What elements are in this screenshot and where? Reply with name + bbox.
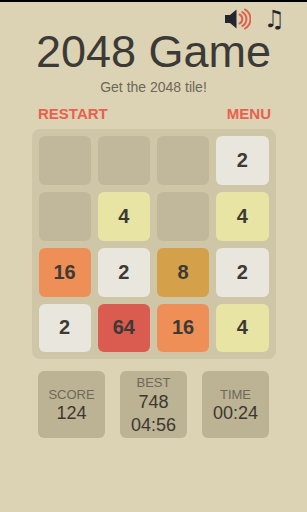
tile-r2c3: 2 bbox=[216, 248, 268, 297]
tile-r0c1 bbox=[98, 136, 150, 185]
stat-panels: SCORE 124 BEST 748 04:56 TIME 00:24 bbox=[0, 371, 307, 438]
page-title: 2048 Game bbox=[0, 28, 307, 75]
tile-r2c0: 16 bbox=[39, 248, 91, 297]
tile-r1c0 bbox=[39, 192, 91, 241]
best-panel: BEST 748 04:56 bbox=[120, 371, 187, 438]
best-time-value: 04:56 bbox=[131, 414, 176, 437]
game-board[interactable]: 24416282264164 bbox=[32, 129, 276, 359]
app-root: { "game": "2048", "position": { "rows": … bbox=[0, 0, 307, 512]
nav-row: RESTART MENU bbox=[38, 105, 271, 122]
menu-button[interactable]: MENU bbox=[227, 105, 271, 122]
score-panel: SCORE 124 bbox=[38, 371, 105, 438]
best-score-value: 748 bbox=[138, 391, 168, 414]
time-value: 00:24 bbox=[213, 402, 258, 425]
tile-r1c3: 4 bbox=[216, 192, 268, 241]
tile-r0c0 bbox=[39, 136, 91, 185]
tile-r3c3: 4 bbox=[216, 304, 268, 353]
tile-r2c1: 2 bbox=[98, 248, 150, 297]
score-value: 124 bbox=[56, 402, 86, 425]
status-icons: ♫ bbox=[224, 8, 285, 30]
tile-r3c2: 16 bbox=[157, 304, 209, 353]
tile-r3c1: 64 bbox=[98, 304, 150, 353]
page-subtitle: Get the 2048 tile! bbox=[0, 79, 307, 95]
score-label: SCORE bbox=[48, 387, 94, 403]
tile-r1c1: 4 bbox=[98, 192, 150, 241]
tile-r3c0: 2 bbox=[39, 304, 91, 353]
tile-r0c2 bbox=[157, 136, 209, 185]
top-screen-edge bbox=[0, 0, 307, 2]
tile-r2c2: 8 bbox=[157, 248, 209, 297]
music-note-icon[interactable]: ♫ bbox=[263, 8, 285, 30]
time-label: TIME bbox=[220, 387, 251, 403]
time-panel: TIME 00:24 bbox=[202, 371, 269, 438]
restart-button[interactable]: RESTART bbox=[38, 105, 108, 122]
tile-r1c2 bbox=[157, 192, 209, 241]
sound-on-icon[interactable] bbox=[224, 8, 251, 30]
tile-r0c3: 2 bbox=[216, 136, 268, 185]
best-label: BEST bbox=[137, 375, 171, 391]
